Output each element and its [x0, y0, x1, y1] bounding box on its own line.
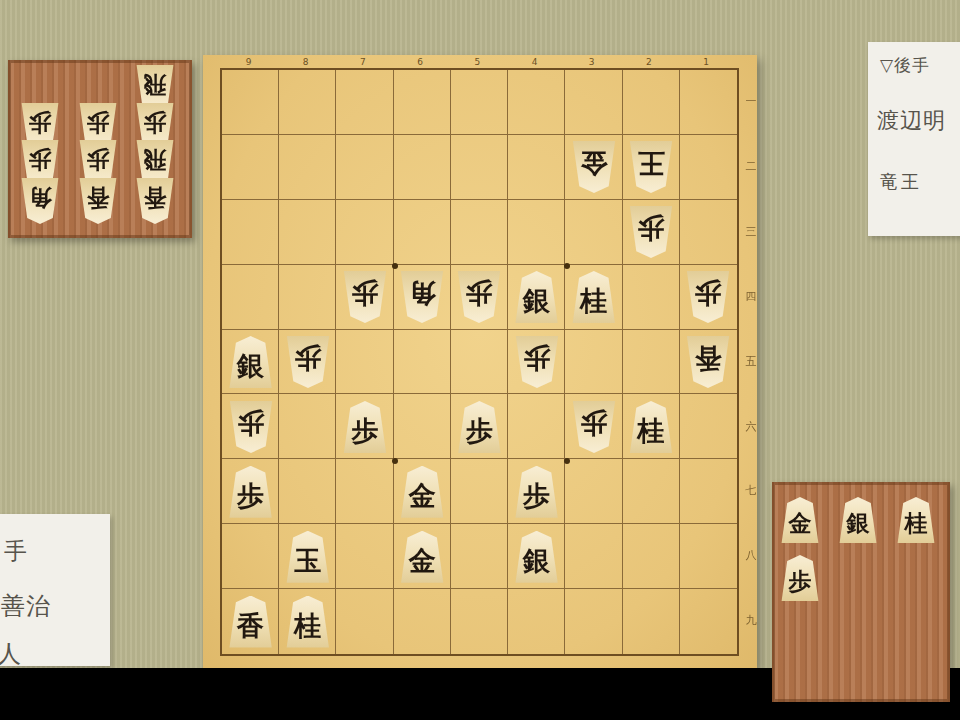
square-61	[394, 70, 451, 135]
square-97	[222, 459, 279, 524]
hoshi-dot-1	[564, 263, 570, 269]
square-99	[222, 589, 279, 654]
rank-label-9: 九	[743, 613, 759, 628]
square-98	[222, 524, 279, 589]
square-31	[565, 70, 622, 135]
square-24	[623, 265, 680, 330]
piece-glyph: 歩	[144, 111, 167, 134]
square-12	[680, 135, 737, 200]
square-66	[394, 394, 451, 459]
square-39	[565, 589, 622, 654]
square-62	[394, 135, 451, 200]
square-74	[336, 265, 393, 330]
square-32	[565, 135, 622, 200]
sente-side-label: 手	[4, 536, 28, 567]
square-35	[565, 330, 622, 395]
square-68	[394, 524, 451, 589]
square-84	[279, 265, 336, 330]
piece-sente-銀: 銀	[838, 497, 878, 543]
square-77	[336, 459, 393, 524]
piece-glyph: 歩	[29, 111, 52, 134]
square-54	[451, 265, 508, 330]
square-75	[336, 330, 393, 395]
square-71	[336, 70, 393, 135]
piece-glyph: 桂	[905, 512, 928, 535]
square-17	[680, 459, 737, 524]
square-87	[279, 459, 336, 524]
square-25	[623, 330, 680, 395]
square-21	[623, 70, 680, 135]
square-34	[565, 265, 622, 330]
gote-player-name: 渡辺明	[877, 106, 946, 136]
square-47	[508, 459, 565, 524]
square-82	[279, 135, 336, 200]
gote-captured-pieces-tray: 歩歩角歩歩香飛歩飛香	[8, 60, 192, 238]
piece-glyph: 歩	[86, 149, 109, 172]
square-83	[279, 200, 336, 265]
square-28	[623, 524, 680, 589]
shogi-board: 987654321一二三四五六七八九	[203, 55, 757, 668]
square-27	[623, 459, 680, 524]
rank-label-7: 七	[743, 483, 759, 498]
piece-glyph: 金	[789, 512, 812, 535]
square-26	[623, 394, 680, 459]
hoshi-dot-3	[564, 458, 570, 464]
gote-player-title: 竜王	[880, 170, 922, 194]
file-label-5: 5	[449, 56, 506, 68]
sente-player-title: 人	[0, 638, 22, 670]
square-59	[451, 589, 508, 654]
piece-gote-香: 香	[78, 178, 118, 224]
file-label-8: 8	[277, 56, 334, 68]
square-45	[508, 330, 565, 395]
square-55	[451, 330, 508, 395]
square-29	[623, 589, 680, 654]
file-label-9: 9	[220, 56, 277, 68]
square-96	[222, 394, 279, 459]
piece-glyph: 歩	[29, 149, 52, 172]
square-44	[508, 265, 565, 330]
file-label-7: 7	[334, 56, 391, 68]
video-frame: 歩歩角歩歩香飛歩飛香 987654321一二三四五六七八九 金王歩歩角歩銀桂歩銀…	[0, 0, 960, 720]
square-85	[279, 330, 336, 395]
square-58	[451, 524, 508, 589]
piece-glyph: 香	[144, 186, 167, 209]
file-label-3: 3	[563, 56, 620, 68]
square-79	[336, 589, 393, 654]
board-grid	[220, 68, 739, 656]
square-93	[222, 200, 279, 265]
square-88	[279, 524, 336, 589]
sente-player-card: 手 善治 人	[0, 514, 110, 666]
square-73	[336, 200, 393, 265]
square-48	[508, 524, 565, 589]
square-78	[336, 524, 393, 589]
square-13	[680, 200, 737, 265]
file-label-6: 6	[392, 56, 449, 68]
square-18	[680, 524, 737, 589]
gote-side-label: ▽後手	[880, 54, 930, 77]
piece-glyph: 飛	[144, 149, 167, 172]
file-label-4: 4	[506, 56, 563, 68]
piece-sente-歩: 歩	[780, 555, 820, 601]
square-94	[222, 265, 279, 330]
square-91	[222, 70, 279, 135]
rank-label-8: 八	[743, 548, 759, 563]
square-95	[222, 330, 279, 395]
sente-captured-pieces-tray: 金銀桂歩	[772, 482, 950, 702]
square-51	[451, 70, 508, 135]
square-67	[394, 459, 451, 524]
square-42	[508, 135, 565, 200]
square-16	[680, 394, 737, 459]
rank-label-1: 一	[743, 94, 759, 109]
piece-gote-香: 香	[135, 178, 175, 224]
square-41	[508, 70, 565, 135]
piece-gote-角: 角	[20, 178, 60, 224]
piece-sente-桂: 桂	[896, 497, 936, 543]
rank-label-6: 六	[743, 419, 759, 434]
square-11	[680, 70, 737, 135]
square-69	[394, 589, 451, 654]
piece-glyph: 銀	[847, 512, 870, 535]
square-14	[680, 265, 737, 330]
square-22	[623, 135, 680, 200]
square-57	[451, 459, 508, 524]
square-38	[565, 524, 622, 589]
file-label-2: 2	[620, 56, 677, 68]
piece-glyph: 角	[29, 186, 52, 209]
piece-glyph: 飛	[144, 74, 167, 97]
sente-player-name: 善治	[1, 590, 51, 622]
square-63	[394, 200, 451, 265]
rank-label-3: 三	[743, 224, 759, 239]
gote-player-card: ▽後手 渡辺明 竜王	[868, 42, 960, 236]
file-label-1: 1	[678, 56, 735, 68]
square-37	[565, 459, 622, 524]
rank-label-2: 二	[743, 159, 759, 174]
piece-sente-金: 金	[780, 497, 820, 543]
square-49	[508, 589, 565, 654]
piece-glyph: 香	[86, 186, 109, 209]
square-53	[451, 200, 508, 265]
hoshi-dot-2	[392, 458, 398, 464]
square-81	[279, 70, 336, 135]
square-19	[680, 589, 737, 654]
square-92	[222, 135, 279, 200]
piece-glyph: 歩	[789, 570, 812, 593]
square-23	[623, 200, 680, 265]
square-15	[680, 330, 737, 395]
rank-label-5: 五	[743, 354, 759, 369]
square-52	[451, 135, 508, 200]
square-72	[336, 135, 393, 200]
rank-label-4: 四	[743, 289, 759, 304]
square-64	[394, 265, 451, 330]
square-65	[394, 330, 451, 395]
square-56	[451, 394, 508, 459]
square-43	[508, 200, 565, 265]
square-76	[336, 394, 393, 459]
hoshi-dot-0	[392, 263, 398, 269]
square-33	[565, 200, 622, 265]
piece-glyph: 歩	[86, 111, 109, 134]
square-46	[508, 394, 565, 459]
square-89	[279, 589, 336, 654]
square-36	[565, 394, 622, 459]
square-86	[279, 394, 336, 459]
